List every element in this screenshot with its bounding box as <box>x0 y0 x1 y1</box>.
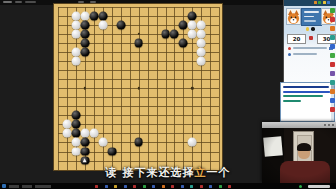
taskbar-icon[interactable] <box>162 185 165 188</box>
toolbar-icon[interactable] <box>330 62 335 67</box>
white-stone <box>197 29 206 38</box>
black-player-avatar <box>286 8 301 25</box>
black-timer: 20 <box>287 34 306 44</box>
stone-color-indicator <box>306 27 310 31</box>
close-icon[interactable] <box>332 124 335 127</box>
taskbar-icon[interactable] <box>190 185 193 188</box>
status-text-blur <box>304 11 319 13</box>
black-stone <box>80 38 89 47</box>
taskbar-icon[interactable] <box>105 185 108 188</box>
black-stone <box>80 147 89 156</box>
grid-line <box>148 7 149 170</box>
taskbar[interactable] <box>0 183 336 189</box>
taskbar-icon[interactable] <box>209 185 212 188</box>
window-menu-blur <box>15 1 22 3</box>
move-indicator-icon <box>309 36 313 40</box>
game-info-row <box>288 52 333 56</box>
record-dot-icon <box>288 53 291 56</box>
white-stone <box>197 57 206 66</box>
grid-line <box>58 97 219 98</box>
black-stone <box>72 120 81 129</box>
clock-text-blur <box>308 185 330 188</box>
toolbar-icon[interactable] <box>330 44 335 49</box>
grid-line <box>210 7 211 170</box>
taskbar-icon[interactable] <box>143 185 146 188</box>
black-stone <box>98 11 107 20</box>
toolbar-icon[interactable] <box>330 8 335 13</box>
toolbar-icon[interactable] <box>330 26 335 31</box>
black-stone <box>116 20 125 29</box>
toolbar-icon[interactable] <box>330 35 335 40</box>
white-stone <box>188 29 197 38</box>
white-stone <box>72 29 81 38</box>
black-stone <box>188 11 197 20</box>
white-stone <box>197 20 206 29</box>
black-stone <box>80 20 89 29</box>
taskbar-icon[interactable] <box>133 185 136 188</box>
subtitle: 读 接下来还选择立一个 <box>0 165 336 180</box>
black-stone <box>134 138 143 147</box>
info-text-blur <box>293 47 327 49</box>
panel-titlebar-icon[interactable] <box>318 1 321 4</box>
toolbar-icon[interactable] <box>330 98 335 103</box>
black-stone <box>80 138 89 147</box>
black-stone <box>72 111 81 120</box>
white-stone <box>80 11 89 20</box>
black-stone <box>80 156 89 165</box>
white-stone <box>72 147 81 156</box>
taskbar-window-button[interactable] <box>22 185 32 188</box>
grid-line <box>157 7 158 170</box>
white-stone <box>197 48 206 57</box>
black-stone <box>179 20 188 29</box>
window-menu-blur <box>25 1 36 3</box>
toolbar-icon[interactable] <box>330 80 335 85</box>
white-stone <box>72 11 81 20</box>
game-info-row <box>288 46 333 50</box>
taskbar-icon[interactable] <box>114 185 117 188</box>
white-stone <box>197 38 206 47</box>
fox-avatar-icon <box>287 9 300 24</box>
chat-message-blur <box>283 100 301 102</box>
subtitle-text: 一个 <box>206 166 230 179</box>
tray-icon[interactable] <box>299 185 302 188</box>
game-status-panel <box>301 8 322 26</box>
taskbar-icon[interactable] <box>95 185 98 188</box>
start-button[interactable] <box>2 184 6 188</box>
minimize-icon[interactable] <box>324 124 327 127</box>
white-stone <box>72 20 81 29</box>
toolbar-icon[interactable] <box>330 107 335 112</box>
last-move-marker-icon <box>83 158 87 162</box>
panel-titlebar-icon[interactable] <box>327 1 330 4</box>
black-stone <box>107 147 116 156</box>
toolbar-icon[interactable] <box>330 71 335 76</box>
white-stone <box>188 138 197 147</box>
black-stone <box>89 11 98 20</box>
info-text-blur <box>293 53 317 55</box>
taskbar-icon[interactable] <box>171 185 174 188</box>
taskbar-icon[interactable] <box>200 185 203 188</box>
white-stone <box>72 138 81 147</box>
grid-line <box>183 7 184 170</box>
grid-line <box>58 115 219 116</box>
taskbar-icon[interactable] <box>228 185 231 188</box>
white-stone <box>98 138 107 147</box>
go-board[interactable] <box>53 3 223 171</box>
taskbar-icon[interactable] <box>219 185 222 188</box>
subtitle-text: 读 接下来还选择 <box>106 166 195 179</box>
white-stone <box>188 20 197 29</box>
white-stone <box>63 129 72 138</box>
toolbar-icon[interactable] <box>330 89 335 94</box>
white-stone <box>89 129 98 138</box>
black-stone <box>134 38 143 47</box>
white-stone <box>98 20 107 29</box>
toolbar-icon[interactable] <box>330 17 335 22</box>
tool-icon-strip[interactable] <box>330 8 335 112</box>
taskbar-icon[interactable] <box>124 185 127 188</box>
chat-message-blur <box>283 91 333 93</box>
black-stone <box>80 29 89 38</box>
black-stone <box>179 38 188 47</box>
taskbar-window-button[interactable] <box>35 185 51 188</box>
toolbar-icon[interactable] <box>330 53 335 58</box>
black-stone <box>80 48 89 57</box>
chat-message-blur <box>283 95 323 97</box>
white-stone <box>72 48 81 57</box>
white-stone <box>63 120 72 129</box>
chat-message-blur <box>283 86 329 88</box>
black-stone <box>161 29 170 38</box>
record-dot-icon <box>288 47 291 50</box>
white-stone <box>80 129 89 138</box>
maximize-icon[interactable] <box>328 124 331 127</box>
panel-titlebar[interactable] <box>284 0 336 6</box>
panel-titlebar-icon[interactable] <box>323 1 326 4</box>
status-text-blur <box>304 20 316 22</box>
grid-line <box>219 7 220 170</box>
white-stone <box>72 57 81 66</box>
stone-color-indicator <box>311 27 315 31</box>
status-text-blur <box>304 16 314 18</box>
subtitle-highlight: 立 <box>194 166 206 179</box>
grid-line <box>58 106 219 107</box>
taskbar-icon[interactable] <box>181 185 184 188</box>
black-stone <box>170 29 179 38</box>
panel-titlebar-icon[interactable] <box>314 1 317 4</box>
taskbar-window-button[interactable] <box>9 185 19 188</box>
window-title-blur <box>3 1 12 3</box>
grid-line <box>58 124 219 125</box>
chat-panel[interactable] <box>280 82 335 122</box>
black-stone <box>72 129 81 138</box>
taskbar-icon[interactable] <box>152 185 155 188</box>
